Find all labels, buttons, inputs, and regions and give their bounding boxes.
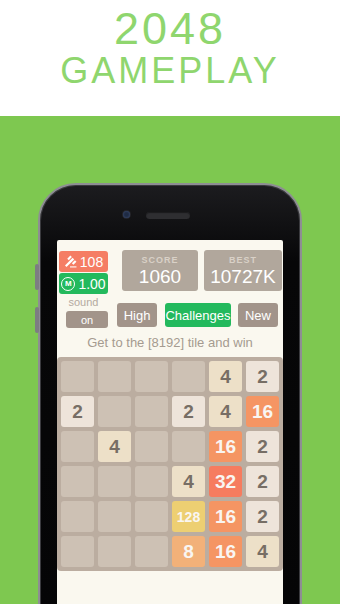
app-screen: 108 M 1.00 sound on SCORE 1060 BEST 1072… bbox=[57, 240, 283, 604]
challenges-button[interactable]: Challenges bbox=[165, 303, 231, 327]
volume-down-button bbox=[35, 307, 39, 333]
empty-cell bbox=[135, 431, 168, 462]
empty-cell bbox=[172, 361, 205, 392]
tile-4: 4 bbox=[246, 536, 279, 567]
empty-cell bbox=[61, 501, 94, 532]
tile-16: 16 bbox=[246, 396, 279, 427]
best-box: BEST 10727K bbox=[204, 250, 282, 291]
high-button[interactable]: High bbox=[117, 303, 157, 327]
empty-cell bbox=[98, 466, 131, 497]
phone-mockup: 108 M 1.00 sound on SCORE 1060 BEST 1072… bbox=[38, 183, 302, 604]
tile-grid[interactable]: 4222416416243221281628164 bbox=[57, 357, 283, 571]
tile-32: 32 bbox=[209, 466, 242, 497]
best-value: 10727K bbox=[204, 266, 282, 288]
empty-cell bbox=[98, 501, 131, 532]
hammer-icon bbox=[64, 255, 77, 268]
tile-2: 2 bbox=[246, 431, 279, 462]
score-value: 1060 bbox=[122, 266, 198, 288]
empty-cell bbox=[61, 431, 94, 462]
empty-cell bbox=[135, 396, 168, 427]
score-box: SCORE 1060 bbox=[122, 250, 198, 291]
best-label: BEST bbox=[204, 255, 282, 265]
sound-state: on bbox=[81, 314, 93, 326]
banner: 2048 GAMEPLAY bbox=[0, 0, 340, 116]
multiplier-value: 1.00 bbox=[78, 276, 105, 292]
tile-8: 8 bbox=[172, 536, 205, 567]
score-label: SCORE bbox=[122, 255, 198, 265]
tile-128: 128 bbox=[172, 501, 205, 532]
goal-text: Get to the [8192] tile and win bbox=[57, 335, 283, 350]
tile-16: 16 bbox=[209, 501, 242, 532]
camera-icon bbox=[123, 211, 130, 218]
page-subtitle: GAMEPLAY bbox=[0, 52, 340, 90]
tile-4: 4 bbox=[172, 466, 205, 497]
empty-cell bbox=[135, 466, 168, 497]
new-button[interactable]: New bbox=[238, 303, 278, 327]
empty-cell bbox=[61, 466, 94, 497]
sound-label: sound bbox=[57, 296, 110, 308]
tile-2: 2 bbox=[246, 466, 279, 497]
volume-up-button bbox=[35, 264, 39, 290]
hammer-badge[interactable]: 108 bbox=[59, 251, 108, 272]
sound-toggle[interactable]: on bbox=[66, 311, 108, 328]
multiplier-badge[interactable]: M 1.00 bbox=[59, 273, 108, 294]
empty-cell bbox=[172, 431, 205, 462]
empty-cell bbox=[135, 536, 168, 567]
empty-cell bbox=[98, 536, 131, 567]
tile-2: 2 bbox=[246, 361, 279, 392]
page-title: 2048 bbox=[0, 6, 340, 52]
empty-cell bbox=[61, 361, 94, 392]
empty-cell bbox=[98, 361, 131, 392]
tile-4: 4 bbox=[209, 396, 242, 427]
tile-4: 4 bbox=[98, 431, 131, 462]
hammer-count: 108 bbox=[80, 254, 103, 270]
tile-2: 2 bbox=[61, 396, 94, 427]
empty-cell bbox=[135, 361, 168, 392]
empty-cell bbox=[98, 396, 131, 427]
empty-cell bbox=[135, 501, 168, 532]
tile-16: 16 bbox=[209, 536, 242, 567]
tile-2: 2 bbox=[246, 501, 279, 532]
empty-cell bbox=[61, 536, 94, 567]
circled-m-icon: M bbox=[61, 277, 75, 291]
tile-4: 4 bbox=[209, 361, 242, 392]
tile-16: 16 bbox=[209, 431, 242, 462]
speaker-slot-icon bbox=[146, 212, 190, 219]
tile-2: 2 bbox=[172, 396, 205, 427]
